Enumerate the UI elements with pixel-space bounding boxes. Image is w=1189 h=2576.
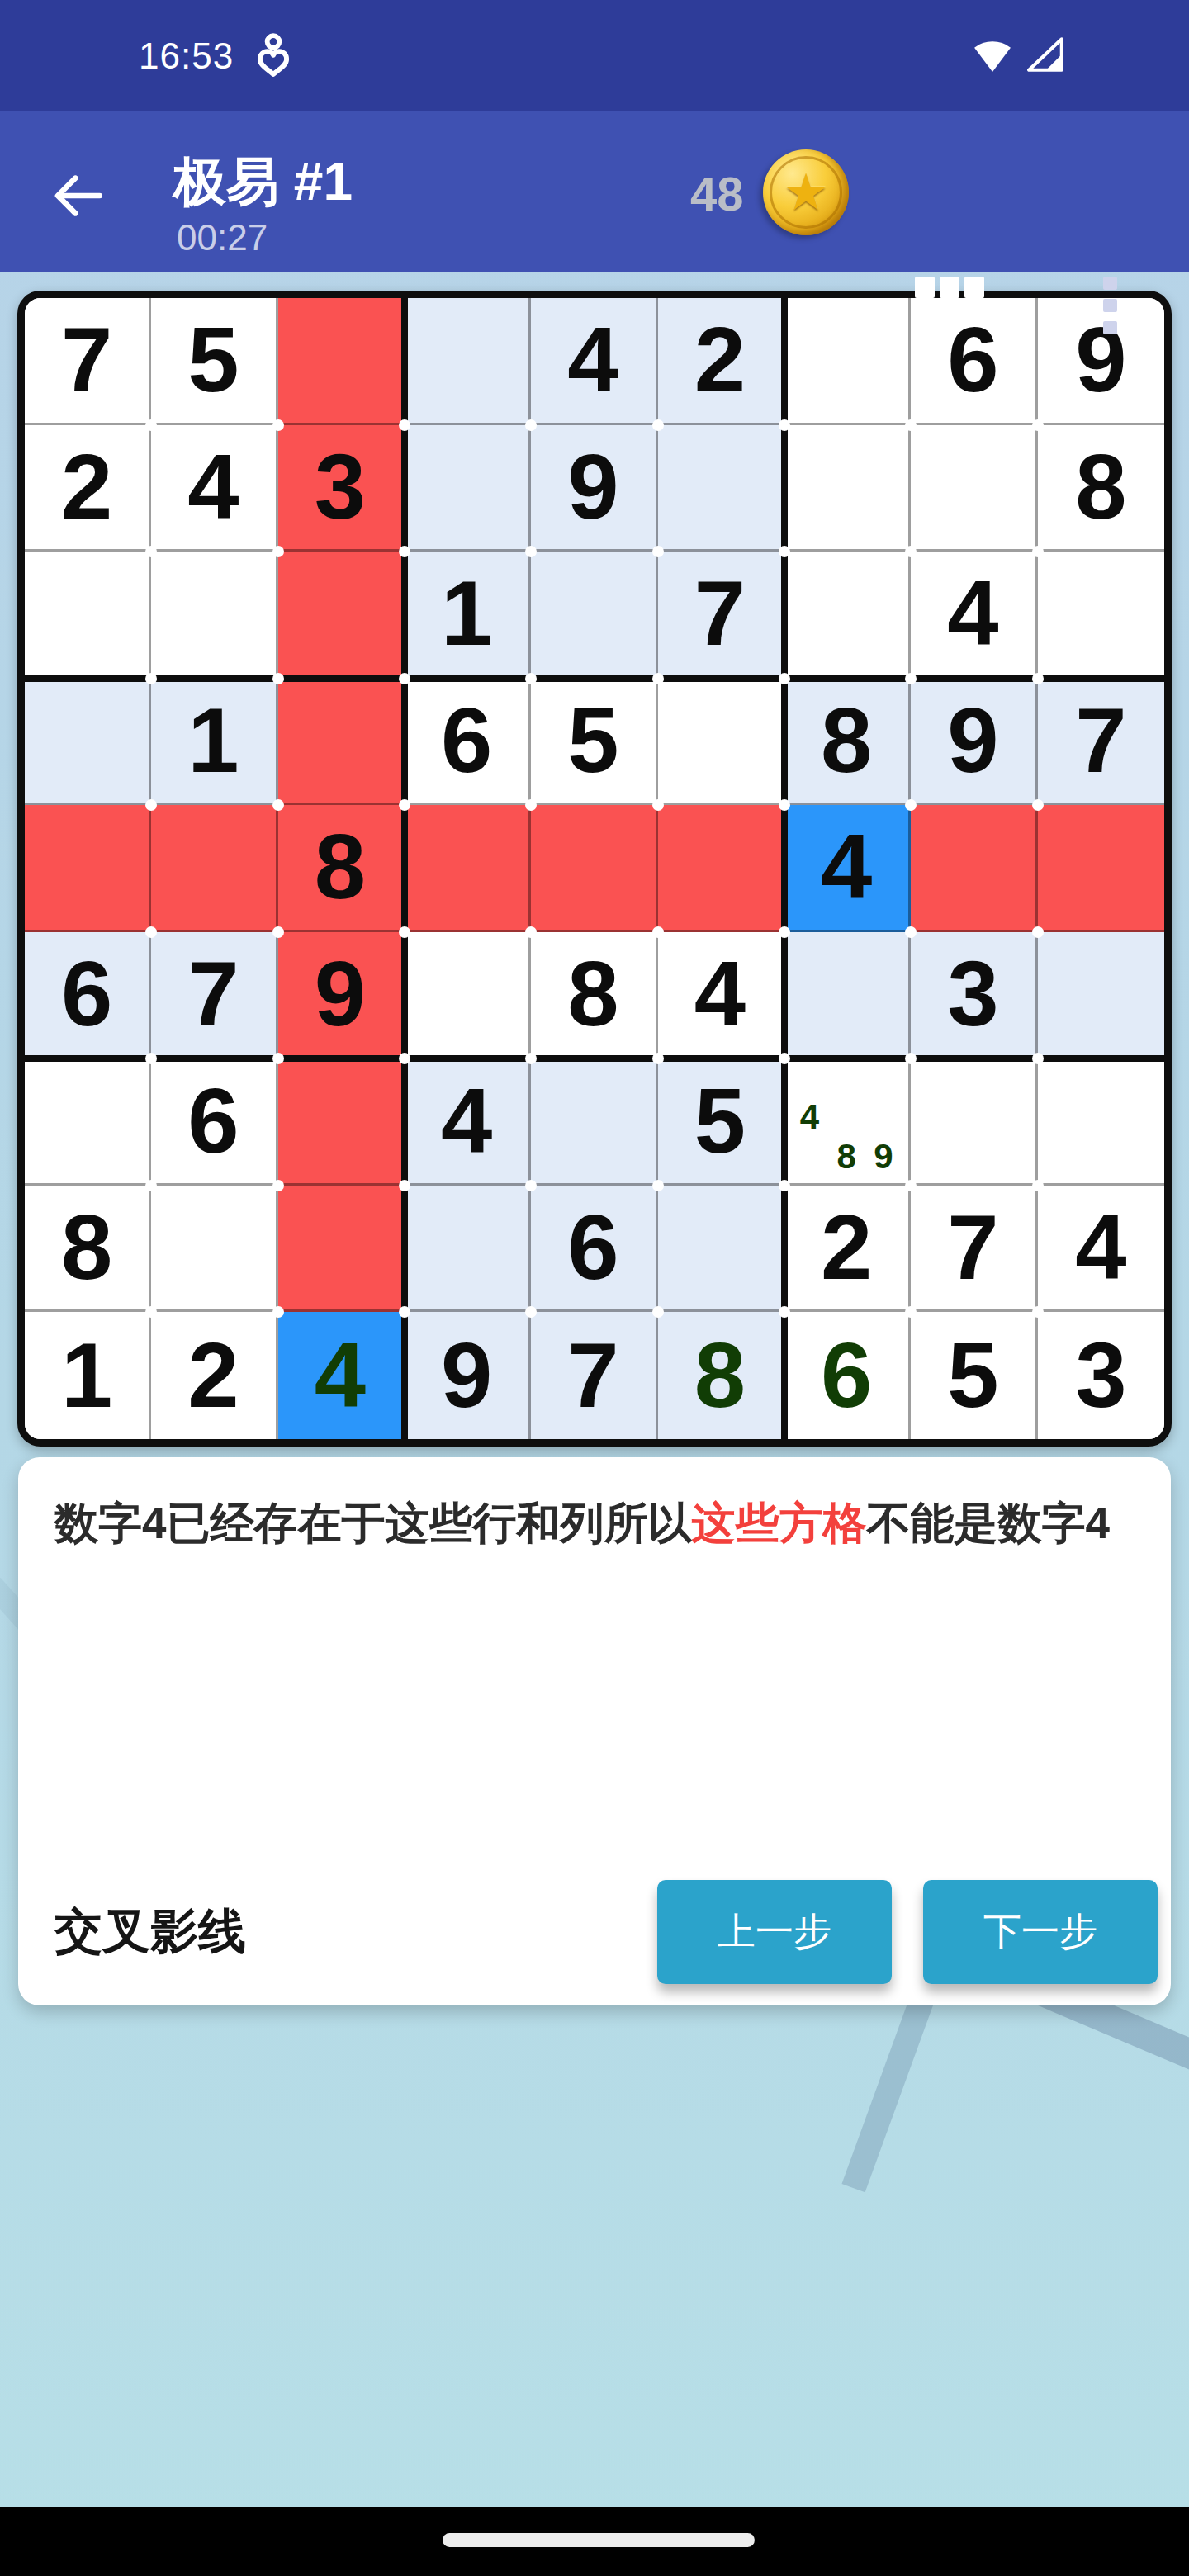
cell-r3c6[interactable]: 7 [658, 552, 784, 679]
cell-digit: 7 [694, 567, 746, 660]
coin-count: 48 [690, 146, 744, 241]
cell-r5c4[interactable] [405, 805, 531, 932]
cell-r6c9[interactable] [1038, 932, 1164, 1059]
cell-digit: 4 [694, 948, 746, 1040]
cell-digit: 9 [1075, 314, 1126, 406]
cell-digit: 4 [441, 1075, 492, 1167]
cell-r4c5[interactable]: 5 [531, 679, 657, 806]
cell-r5c3[interactable]: 8 [278, 805, 405, 932]
cell-digit: 5 [187, 314, 239, 406]
cell-digit: 9 [315, 948, 366, 1040]
cell-r6c3[interactable]: 9 [278, 932, 405, 1059]
cell-r4c4[interactable]: 6 [405, 679, 531, 806]
cell-r1c9[interactable]: 9 [1038, 298, 1164, 425]
cell-r9c7[interactable]: 6 [784, 1312, 911, 1439]
game-timer: 00:27 [177, 217, 268, 258]
cell-digit: 4 [1075, 1201, 1126, 1294]
cell-r7c2[interactable]: 6 [151, 1058, 277, 1186]
cell-r5c8[interactable] [911, 805, 1037, 932]
cell-digit: 4 [821, 821, 872, 913]
cell-digit: 5 [947, 1329, 998, 1422]
cell-r4c8[interactable]: 9 [911, 679, 1037, 806]
cell-digit: 7 [567, 1329, 618, 1422]
status-bar: 16:53 [0, 0, 1189, 111]
cell-r2c5[interactable]: 9 [531, 425, 657, 552]
cell-r2c2[interactable]: 4 [151, 425, 277, 552]
cell-r2c8[interactable] [911, 425, 1037, 552]
cell-r8c2[interactable] [151, 1186, 277, 1313]
cell-digit: 2 [61, 441, 112, 533]
cell-r3c5[interactable] [531, 552, 657, 679]
cell-r4c7[interactable]: 8 [784, 679, 911, 806]
gesture-pill[interactable] [443, 2533, 755, 2547]
cell-r5c9[interactable] [1038, 805, 1164, 932]
cell-r8c4[interactable] [405, 1186, 531, 1313]
cell-r5c7[interactable]: 4 [784, 805, 911, 932]
cell-r7c7[interactable]: 489 [784, 1058, 911, 1186]
cell-r2c6[interactable] [658, 425, 784, 552]
cell-digit: 7 [1075, 694, 1126, 787]
page-title: 极易 #1 [173, 146, 353, 218]
cell-digit: 1 [61, 1329, 112, 1422]
cell-r6c8[interactable]: 3 [911, 932, 1037, 1059]
cell-digit: 5 [694, 1075, 746, 1167]
cell-r1c6[interactable]: 2 [658, 298, 784, 425]
cell-r4c6[interactable] [658, 679, 784, 806]
cell-r1c3[interactable] [278, 298, 405, 425]
cell-r6c4[interactable] [405, 932, 531, 1059]
cell-digit: 3 [1075, 1329, 1126, 1422]
cell-r4c1[interactable] [25, 679, 151, 806]
cell-r3c1[interactable] [25, 552, 151, 679]
cell-digit: 6 [567, 1201, 618, 1294]
hint-panel: 数字4已经存在于这些行和列所以这些方格不能是数字4 交叉影线 上一步 下一步 [18, 1457, 1171, 2005]
cell-r1c7[interactable] [784, 298, 911, 425]
technique-label: 交叉影线 [54, 1900, 246, 1964]
cell-digit: 4 [315, 1329, 366, 1422]
cell-r5c1[interactable] [25, 805, 151, 932]
cell-digit: 7 [187, 948, 239, 1040]
cell-r2c3[interactable]: 3 [278, 425, 405, 552]
cell-r4c2[interactable]: 1 [151, 679, 277, 806]
previous-step-button[interactable]: 上一步 [657, 1880, 892, 1984]
cell-digit: 6 [821, 1329, 872, 1422]
cell-r7c4[interactable]: 4 [405, 1058, 531, 1186]
wifi-icon [971, 36, 1014, 77]
cell-r6c5[interactable]: 8 [531, 932, 657, 1059]
cell-digit: 9 [947, 694, 998, 787]
board-grid-icon[interactable] [915, 277, 984, 324]
cell-digit: 7 [947, 1201, 998, 1294]
cell-r9c4[interactable]: 9 [405, 1312, 531, 1439]
cell-r6c2[interactable]: 7 [151, 932, 277, 1059]
cell-digit: 6 [441, 694, 492, 787]
hint-text-post: 不能是数字4 [866, 1499, 1109, 1547]
cell-r8c3[interactable] [278, 1186, 405, 1313]
cell-digit: 3 [315, 441, 366, 533]
cell-r2c1[interactable]: 2 [25, 425, 151, 552]
cell-r8c9[interactable]: 4 [1038, 1186, 1164, 1313]
clock: 16:53 [139, 36, 234, 77]
cell-digit: 8 [61, 1201, 112, 1294]
cell-r3c8[interactable]: 4 [911, 552, 1037, 679]
cell-digit: 8 [1075, 441, 1126, 533]
app-bar: 极易 #1 00:27 48 ★ [0, 111, 1189, 272]
cell-r2c4[interactable] [405, 425, 531, 552]
cell-digit: 4 [947, 567, 998, 660]
cell-digit: 8 [821, 694, 872, 787]
cell-r9c3[interactable]: 4 [278, 1312, 405, 1439]
coin-star-glyph: ★ [783, 167, 829, 218]
cell-r7c1[interactable] [25, 1058, 151, 1186]
cell-r3c9[interactable] [1038, 552, 1164, 679]
cell-r9c5[interactable]: 7 [531, 1312, 657, 1439]
cell-digit: 4 [567, 314, 618, 406]
cell-digit: 9 [567, 441, 618, 533]
hint-text-pre: 数字4已经存在于这些行和列所以 [54, 1499, 691, 1547]
back-arrow-icon[interactable] [51, 169, 104, 222]
pencil-notes: 489 [791, 1065, 902, 1177]
cell-digit: 6 [187, 1075, 239, 1167]
cell-r3c4[interactable]: 1 [405, 552, 531, 679]
cell-r8c5[interactable]: 6 [531, 1186, 657, 1313]
cell-r3c2[interactable] [151, 552, 277, 679]
cell-r8c7[interactable]: 2 [784, 1186, 911, 1313]
cell-r8c1[interactable]: 8 [25, 1186, 151, 1313]
hint-text: 数字4已经存在于这些行和列所以这些方格不能是数字4 [18, 1457, 1171, 1556]
cell-digit: 8 [315, 821, 366, 913]
cell-r4c9[interactable]: 7 [1038, 679, 1164, 806]
cell-r6c1[interactable]: 6 [25, 932, 151, 1059]
cell-r8c6[interactable] [658, 1186, 784, 1313]
cell-r5c2[interactable] [151, 805, 277, 932]
sudoku-grid: 7542692439817416589784679843645489862741… [25, 298, 1164, 1439]
cell-r3c3[interactable] [278, 552, 405, 679]
cell-digit: 1 [441, 567, 492, 660]
cell-r5c6[interactable] [658, 805, 784, 932]
cell-digit: 1 [187, 694, 239, 787]
cell-digit: 7 [61, 314, 112, 406]
cell-r3c7[interactable] [784, 552, 911, 679]
cell-digit: 5 [567, 694, 618, 787]
cell-r7c3[interactable] [278, 1058, 405, 1186]
cell-r8c8[interactable]: 7 [911, 1186, 1037, 1313]
cell-digit: 4 [187, 441, 239, 533]
cell-r1c1[interactable]: 7 [25, 298, 151, 425]
next-step-button[interactable]: 下一步 [923, 1880, 1158, 1984]
cell-digit: 6 [947, 314, 998, 406]
cell-digit: 2 [821, 1201, 872, 1294]
hint-text-highlight: 这些方格 [691, 1499, 866, 1547]
cell-r6c7[interactable] [784, 932, 911, 1059]
cell-digit: 2 [694, 314, 746, 406]
cell-digit: 8 [694, 1329, 746, 1422]
cell-r6c6[interactable]: 4 [658, 932, 784, 1059]
cell-r9c6[interactable]: 8 [658, 1312, 784, 1439]
sudoku-board: 7542692439817416589784679843645489862741… [17, 291, 1172, 1447]
cell-digit: 9 [441, 1329, 492, 1422]
cell-r7c5[interactable] [531, 1058, 657, 1186]
cell-r1c5[interactable]: 4 [531, 298, 657, 425]
gesture-nav-bar [0, 2507, 1189, 2576]
cell-r4c3[interactable] [278, 679, 405, 806]
cell-r1c4[interactable] [405, 298, 531, 425]
wellbeing-icon [255, 33, 291, 79]
cell-r9c8[interactable]: 5 [911, 1312, 1037, 1439]
cell-digit: 8 [567, 948, 618, 1040]
cell-r9c2[interactable]: 2 [151, 1312, 277, 1439]
cell-r9c1[interactable]: 1 [25, 1312, 151, 1439]
coin-icon[interactable]: ★ [763, 149, 849, 235]
overflow-menu-icon[interactable] [1103, 277, 1117, 334]
cell-r2c7[interactable] [784, 425, 911, 552]
cell-r9c9[interactable]: 3 [1038, 1312, 1164, 1439]
cell-digit: 3 [947, 948, 998, 1040]
cell-digit: 2 [187, 1329, 239, 1422]
cell-r1c2[interactable]: 5 [151, 298, 277, 425]
cell-digit: 6 [61, 948, 112, 1040]
cell-r7c6[interactable]: 5 [658, 1058, 784, 1186]
cell-r2c9[interactable]: 8 [1038, 425, 1164, 552]
cell-r7c8[interactable] [911, 1058, 1037, 1186]
cell-signal-icon [1026, 36, 1065, 77]
cell-r7c9[interactable] [1038, 1058, 1164, 1186]
cell-r5c5[interactable] [531, 805, 657, 932]
